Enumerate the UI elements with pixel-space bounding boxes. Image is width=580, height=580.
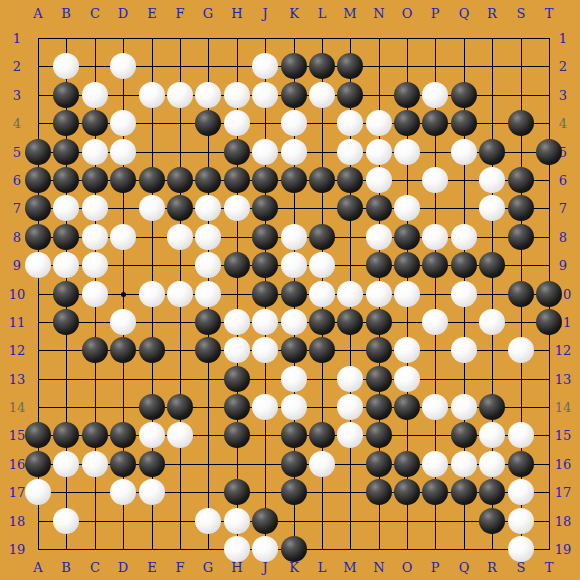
stone-black-S8[interactable]: [508, 224, 534, 250]
stone-black-M2[interactable]: [337, 53, 363, 79]
stone-black-N7[interactable]: [366, 195, 392, 221]
stone-black-F7[interactable]: [167, 195, 193, 221]
stone-black-R14[interactable]: [479, 394, 505, 420]
stone-white-L9[interactable]: [309, 252, 335, 278]
row-label-left-9: 9: [13, 259, 21, 272]
stone-black-K12[interactable]: [281, 337, 307, 363]
stone-black-C6[interactable]: [82, 167, 108, 193]
stone-black-N17[interactable]: [366, 479, 392, 505]
stone-white-P14[interactable]: [422, 394, 448, 420]
stone-white-C7[interactable]: [82, 195, 108, 221]
stone-black-T10[interactable]: [536, 281, 562, 307]
stone-white-J14[interactable]: [252, 394, 278, 420]
stone-white-G10[interactable]: [195, 281, 221, 307]
row-label-right-15: 15: [555, 429, 572, 442]
stone-black-K15[interactable]: [281, 422, 307, 448]
stone-white-C9[interactable]: [82, 252, 108, 278]
stone-black-Q9[interactable]: [451, 252, 477, 278]
stone-black-E16[interactable]: [139, 451, 165, 477]
stone-black-N16[interactable]: [366, 451, 392, 477]
row-label-left-1: 1: [13, 32, 21, 45]
stone-black-L11[interactable]: [309, 309, 335, 335]
stone-black-J9[interactable]: [252, 252, 278, 278]
stone-black-B4[interactable]: [53, 110, 79, 136]
stone-white-R16[interactable]: [479, 451, 505, 477]
stone-black-C12[interactable]: [82, 337, 108, 363]
stone-black-G11[interactable]: [195, 309, 221, 335]
stone-white-G7[interactable]: [195, 195, 221, 221]
stone-black-B11[interactable]: [53, 309, 79, 335]
stone-white-F10[interactable]: [167, 281, 193, 307]
stone-black-O3[interactable]: [394, 82, 420, 108]
stone-white-S19[interactable]: [508, 536, 534, 562]
col-label-top-E: E: [147, 7, 157, 20]
stone-white-S18[interactable]: [508, 508, 534, 534]
stone-white-L10[interactable]: [309, 281, 335, 307]
stone-white-M5[interactable]: [337, 139, 363, 165]
col-label-bottom-M: M: [343, 561, 356, 574]
stone-black-L6[interactable]: [309, 167, 335, 193]
stone-white-B7[interactable]: [53, 195, 79, 221]
stone-black-G12[interactable]: [195, 337, 221, 363]
stone-black-L2[interactable]: [309, 53, 335, 79]
stone-white-J19[interactable]: [252, 536, 278, 562]
stone-white-D8[interactable]: [110, 224, 136, 250]
stone-white-O12[interactable]: [394, 337, 420, 363]
stone-black-S10[interactable]: [508, 281, 534, 307]
row-label-right-17: 17: [555, 486, 572, 499]
stone-black-M6[interactable]: [337, 167, 363, 193]
stone-black-K17[interactable]: [281, 479, 307, 505]
stone-white-E3[interactable]: [139, 82, 165, 108]
stone-black-R18[interactable]: [479, 508, 505, 534]
stone-white-C3[interactable]: [82, 82, 108, 108]
stone-white-M4[interactable]: [337, 110, 363, 136]
stone-black-P4[interactable]: [422, 110, 448, 136]
stone-white-P3[interactable]: [422, 82, 448, 108]
stone-black-F14[interactable]: [167, 394, 193, 420]
row-label-right-1: 1: [559, 32, 567, 45]
stone-white-K13[interactable]: [281, 366, 307, 392]
star-point-D10: [121, 292, 126, 297]
stone-white-S15[interactable]: [508, 422, 534, 448]
stone-black-J7[interactable]: [252, 195, 278, 221]
stone-black-O4[interactable]: [394, 110, 420, 136]
stone-black-N11[interactable]: [366, 309, 392, 335]
row-label-right-9: 9: [559, 259, 567, 272]
stone-white-R11[interactable]: [479, 309, 505, 335]
stone-white-G18[interactable]: [195, 508, 221, 534]
stone-black-A8[interactable]: [25, 224, 51, 250]
stone-black-G4[interactable]: [195, 110, 221, 136]
stone-black-B8[interactable]: [53, 224, 79, 250]
stone-white-B18[interactable]: [53, 508, 79, 534]
col-label-top-C: C: [90, 7, 100, 20]
col-label-bottom-G: G: [203, 561, 213, 574]
col-label-top-N: N: [373, 7, 384, 20]
stone-black-D15[interactable]: [110, 422, 136, 448]
row-label-left-6: 6: [13, 174, 21, 187]
stone-black-Q15[interactable]: [451, 422, 477, 448]
stone-black-J18[interactable]: [252, 508, 278, 534]
stone-white-P11[interactable]: [422, 309, 448, 335]
row-label-right-14: 14: [555, 401, 572, 414]
stone-black-Q17[interactable]: [451, 479, 477, 505]
stone-white-M10[interactable]: [337, 281, 363, 307]
stone-black-B15[interactable]: [53, 422, 79, 448]
row-label-right-19: 19: [555, 543, 572, 556]
row-label-left-8: 8: [13, 231, 21, 244]
stone-white-M13[interactable]: [337, 366, 363, 392]
row-label-right-8: 8: [559, 231, 567, 244]
stone-white-B2[interactable]: [53, 53, 79, 79]
stone-white-D4[interactable]: [110, 110, 136, 136]
stone-black-K6[interactable]: [281, 167, 307, 193]
stone-black-O8[interactable]: [394, 224, 420, 250]
stone-white-N10[interactable]: [366, 281, 392, 307]
stone-white-O13[interactable]: [394, 366, 420, 392]
stone-black-K10[interactable]: [281, 281, 307, 307]
stone-black-J10[interactable]: [252, 281, 278, 307]
stone-white-Q16[interactable]: [451, 451, 477, 477]
col-label-top-S: S: [517, 7, 526, 20]
stone-black-O9[interactable]: [394, 252, 420, 278]
stone-black-H15[interactable]: [224, 422, 250, 448]
stone-black-B6[interactable]: [53, 167, 79, 193]
stone-black-D6[interactable]: [110, 167, 136, 193]
stone-black-H14[interactable]: [224, 394, 250, 420]
col-label-top-O: O: [402, 7, 413, 20]
stone-black-F6[interactable]: [167, 167, 193, 193]
stone-black-N13[interactable]: [366, 366, 392, 392]
stone-white-N6[interactable]: [366, 167, 392, 193]
row-label-left-3: 3: [13, 89, 21, 102]
stone-white-Q8[interactable]: [451, 224, 477, 250]
stone-black-C15[interactable]: [82, 422, 108, 448]
stone-black-K3[interactable]: [281, 82, 307, 108]
col-label-bottom-C: C: [90, 561, 100, 574]
stone-white-H12[interactable]: [224, 337, 250, 363]
col-label-bottom-A: A: [33, 561, 42, 574]
stone-white-B9[interactable]: [53, 252, 79, 278]
stone-white-D17[interactable]: [110, 479, 136, 505]
stone-white-Q5[interactable]: [451, 139, 477, 165]
row-label-left-11: 11: [9, 316, 26, 329]
stone-white-L3[interactable]: [309, 82, 335, 108]
stone-black-D16[interactable]: [110, 451, 136, 477]
row-label-right-6: 6: [559, 174, 567, 187]
row-label-left-13: 13: [9, 373, 26, 386]
stone-black-M7[interactable]: [337, 195, 363, 221]
stone-white-M15[interactable]: [337, 422, 363, 448]
stone-white-Q14[interactable]: [451, 394, 477, 420]
col-label-bottom-O: O: [402, 561, 413, 574]
stone-black-A15[interactable]: [25, 422, 51, 448]
stone-white-P8[interactable]: [422, 224, 448, 250]
stone-black-H9[interactable]: [224, 252, 250, 278]
stone-black-O17[interactable]: [394, 479, 420, 505]
row-label-left-12: 12: [9, 344, 26, 357]
col-label-bottom-B: B: [61, 561, 71, 574]
stone-black-L15[interactable]: [309, 422, 335, 448]
row-label-left-10: 10: [9, 288, 26, 301]
stone-black-T11[interactable]: [536, 309, 562, 335]
col-label-top-P: P: [431, 7, 440, 20]
stone-white-D5[interactable]: [110, 139, 136, 165]
stone-white-K11[interactable]: [281, 309, 307, 335]
stone-white-C16[interactable]: [82, 451, 108, 477]
col-label-bottom-T: T: [545, 561, 554, 574]
stone-white-R7[interactable]: [479, 195, 505, 221]
stone-black-R9[interactable]: [479, 252, 505, 278]
stone-white-K9[interactable]: [281, 252, 307, 278]
grid-hline-18: [38, 521, 550, 522]
stone-black-E6[interactable]: [139, 167, 165, 193]
stone-black-G6[interactable]: [195, 167, 221, 193]
stone-black-N15[interactable]: [366, 422, 392, 448]
stone-black-S16[interactable]: [508, 451, 534, 477]
stone-white-R6[interactable]: [479, 167, 505, 193]
stone-black-S7[interactable]: [508, 195, 534, 221]
col-label-bottom-R: R: [487, 561, 497, 574]
stone-white-F15[interactable]: [167, 422, 193, 448]
stone-white-H11[interactable]: [224, 309, 250, 335]
stone-white-N8[interactable]: [366, 224, 392, 250]
stone-black-H5[interactable]: [224, 139, 250, 165]
row-label-right-3: 3: [559, 89, 567, 102]
row-label-left-15: 15: [9, 429, 26, 442]
stone-black-Q4[interactable]: [451, 110, 477, 136]
col-label-top-R: R: [487, 7, 497, 20]
col-label-bottom-S: S: [517, 561, 526, 574]
stone-black-B3[interactable]: [53, 82, 79, 108]
stone-white-S12[interactable]: [508, 337, 534, 363]
stone-white-L16[interactable]: [309, 451, 335, 477]
stone-white-E15[interactable]: [139, 422, 165, 448]
stone-white-J5[interactable]: [252, 139, 278, 165]
col-label-top-Q: Q: [459, 7, 470, 20]
stone-black-H13[interactable]: [224, 366, 250, 392]
col-label-top-M: M: [343, 7, 356, 20]
col-label-bottom-Q: Q: [459, 561, 470, 574]
row-label-left-4: 4: [13, 117, 21, 130]
stone-black-N14[interactable]: [366, 394, 392, 420]
stone-white-G9[interactable]: [195, 252, 221, 278]
go-board[interactable]: AA11BB22CC33DD44EE55FF66GG77HH88JJ99KK10…: [0, 0, 580, 580]
col-label-top-J: J: [262, 7, 267, 20]
row-label-left-7: 7: [13, 202, 21, 215]
col-label-top-T: T: [545, 7, 554, 20]
stone-white-D2[interactable]: [110, 53, 136, 79]
col-label-top-D: D: [118, 7, 128, 20]
stone-black-C4[interactable]: [82, 110, 108, 136]
row-label-right-4: 4: [559, 117, 567, 130]
stone-white-E17[interactable]: [139, 479, 165, 505]
stone-white-C8[interactable]: [82, 224, 108, 250]
stone-black-K2[interactable]: [281, 53, 307, 79]
stone-black-K16[interactable]: [281, 451, 307, 477]
stone-white-S17[interactable]: [508, 479, 534, 505]
stone-white-C5[interactable]: [82, 139, 108, 165]
stone-white-Q10[interactable]: [451, 281, 477, 307]
row-label-left-2: 2: [13, 60, 21, 73]
stone-black-A5[interactable]: [25, 139, 51, 165]
stone-black-S6[interactable]: [508, 167, 534, 193]
col-label-bottom-L: L: [318, 561, 327, 574]
stone-black-Q3[interactable]: [451, 82, 477, 108]
stone-black-P17[interactable]: [422, 479, 448, 505]
col-label-top-K: K: [289, 7, 299, 20]
stone-black-L8[interactable]: [309, 224, 335, 250]
stone-black-O16[interactable]: [394, 451, 420, 477]
stone-white-G8[interactable]: [195, 224, 221, 250]
col-label-top-G: G: [203, 7, 213, 20]
col-label-bottom-H: H: [231, 561, 242, 574]
stone-black-K19[interactable]: [281, 536, 307, 562]
stone-white-K8[interactable]: [281, 224, 307, 250]
row-label-right-2: 2: [559, 60, 567, 73]
stone-black-H17[interactable]: [224, 479, 250, 505]
stone-white-C10[interactable]: [82, 281, 108, 307]
stone-white-P6[interactable]: [422, 167, 448, 193]
stone-white-H18[interactable]: [224, 508, 250, 534]
stone-black-T5[interactable]: [536, 139, 562, 165]
stone-black-B10[interactable]: [53, 281, 79, 307]
stone-black-N12[interactable]: [366, 337, 392, 363]
row-label-right-18: 18: [555, 515, 572, 528]
stone-white-J3[interactable]: [252, 82, 278, 108]
stone-black-N9[interactable]: [366, 252, 392, 278]
stone-white-D11[interactable]: [110, 309, 136, 335]
stone-white-N5[interactable]: [366, 139, 392, 165]
row-label-right-13: 13: [555, 373, 572, 386]
col-label-bottom-P: P: [431, 561, 440, 574]
stone-black-D12[interactable]: [110, 337, 136, 363]
col-label-bottom-E: E: [147, 561, 157, 574]
stone-white-H7[interactable]: [224, 195, 250, 221]
stone-black-M11[interactable]: [337, 309, 363, 335]
stone-white-A17[interactable]: [25, 479, 51, 505]
stone-black-P9[interactable]: [422, 252, 448, 278]
row-label-left-19: 19: [9, 543, 26, 556]
stone-black-R17[interactable]: [479, 479, 505, 505]
stone-white-E10[interactable]: [139, 281, 165, 307]
stone-white-H4[interactable]: [224, 110, 250, 136]
stone-black-H6[interactable]: [224, 167, 250, 193]
col-label-bottom-F: F: [175, 561, 184, 574]
col-label-top-H: H: [231, 7, 242, 20]
stone-white-O7[interactable]: [394, 195, 420, 221]
stone-white-N4[interactable]: [366, 110, 392, 136]
stone-white-R15[interactable]: [479, 422, 505, 448]
stone-black-J8[interactable]: [252, 224, 278, 250]
stone-white-J12[interactable]: [252, 337, 278, 363]
col-label-top-L: L: [318, 7, 327, 20]
col-label-top-A: A: [33, 7, 42, 20]
row-label-left-5: 5: [13, 146, 21, 159]
col-label-bottom-N: N: [373, 561, 384, 574]
stone-black-E14[interactable]: [139, 394, 165, 420]
stone-black-E12[interactable]: [139, 337, 165, 363]
col-label-top-B: B: [61, 7, 71, 20]
stone-black-O14[interactable]: [394, 394, 420, 420]
col-label-bottom-J: J: [262, 561, 267, 574]
stone-white-E7[interactable]: [139, 195, 165, 221]
stone-black-J6[interactable]: [252, 167, 278, 193]
stone-white-J2[interactable]: [252, 53, 278, 79]
stone-white-K5[interactable]: [281, 139, 307, 165]
stone-white-B16[interactable]: [53, 451, 79, 477]
stone-white-F8[interactable]: [167, 224, 193, 250]
stone-white-H19[interactable]: [224, 536, 250, 562]
stone-white-Q12[interactable]: [451, 337, 477, 363]
stone-white-P16[interactable]: [422, 451, 448, 477]
stone-white-G3[interactable]: [195, 82, 221, 108]
row-label-right-7: 7: [559, 202, 567, 215]
row-label-right-16: 16: [555, 458, 572, 471]
row-label-left-17: 17: [9, 486, 26, 499]
stone-white-K14[interactable]: [281, 394, 307, 420]
row-label-left-16: 16: [9, 458, 26, 471]
stone-black-A6[interactable]: [25, 167, 51, 193]
row-label-right-12: 12: [555, 344, 572, 357]
stone-white-M14[interactable]: [337, 394, 363, 420]
stone-white-J11[interactable]: [252, 309, 278, 335]
col-label-bottom-K: K: [289, 561, 299, 574]
stone-black-A7[interactable]: [25, 195, 51, 221]
stone-black-L12[interactable]: [309, 337, 335, 363]
stone-white-O5[interactable]: [394, 139, 420, 165]
row-label-left-18: 18: [9, 515, 26, 528]
stone-white-O10[interactable]: [394, 281, 420, 307]
stone-black-M3[interactable]: [337, 82, 363, 108]
col-label-top-F: F: [175, 7, 184, 20]
stone-white-F3[interactable]: [167, 82, 193, 108]
stone-black-S4[interactable]: [508, 110, 534, 136]
row-label-left-14: 14: [9, 401, 26, 414]
col-label-bottom-D: D: [118, 561, 128, 574]
stone-black-R5[interactable]: [479, 139, 505, 165]
stone-white-H3[interactable]: [224, 82, 250, 108]
stone-white-A9[interactable]: [25, 252, 51, 278]
stone-black-A16[interactable]: [25, 451, 51, 477]
stone-white-K4[interactable]: [281, 110, 307, 136]
stone-black-B5[interactable]: [53, 139, 79, 165]
